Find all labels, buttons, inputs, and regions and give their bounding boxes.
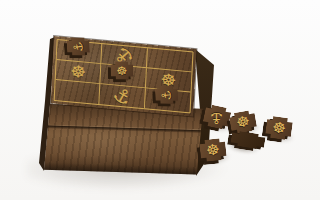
wheel-piece[interactable]: ☸	[111, 61, 135, 79]
anchor-icon: ⚓	[110, 84, 135, 109]
loose-wheel-piece[interactable]: ☸	[199, 138, 227, 163]
loose-wheel-piece[interactable]: ☸	[265, 115, 294, 140]
anchor-icon: ⚓	[160, 89, 174, 101]
wheel-icon: ☸	[70, 63, 86, 81]
board-cell-r3c3[interactable]: ⚓	[145, 88, 191, 112]
tic-tac-toe-board: ⚓ ⚓ ☸ ☸ ☸ ⚓	[54, 39, 194, 113]
wheel-icon: ☸	[117, 64, 129, 76]
anchor-icon: ⚓	[71, 40, 85, 52]
board-cell-r3c2[interactable]: ⚓	[100, 84, 146, 108]
product-photo-scene: ⚓ ⚓ ☸ ☸ ☸ ⚓	[0, 0, 320, 200]
wheel-icon: ☸	[206, 142, 221, 158]
wheel-icon: ☸	[235, 114, 251, 130]
wheel-icon: ☸	[271, 120, 286, 137]
box-lid-top: ⚓ ⚓ ☸ ☸ ☸ ⚓	[51, 36, 197, 116]
anchor-piece[interactable]: ⚓	[67, 37, 91, 55]
board-cell-r3c1[interactable]	[55, 80, 101, 104]
anchor-piece[interactable]: ⚓	[155, 86, 179, 104]
anchor-icon: ⚓	[210, 109, 223, 124]
